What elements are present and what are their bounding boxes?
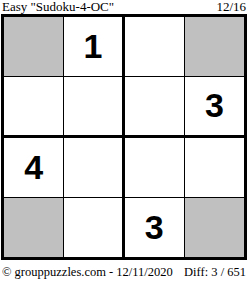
- cell-r2c1: [4, 77, 63, 136]
- cell-r2c4: 3: [185, 77, 244, 136]
- cell-r1c1: [4, 17, 63, 76]
- cell-r1c4: [185, 17, 244, 76]
- puzzle-page: Easy "Sudoku-4-OC" 12/16 1 3 4 3 © group…: [0, 0, 248, 282]
- cell-r2c2: [64, 77, 123, 136]
- puzzle-title: Easy "Sudoku-4-OC": [2, 0, 114, 13]
- copyright-text: © grouppuzzles.com - 12/11/2020: [2, 265, 173, 279]
- difficulty-text: Diff: 3 / 651: [184, 265, 246, 279]
- cell-r3c3: [125, 138, 184, 197]
- cell-r4c3: 3: [125, 198, 184, 257]
- cell-r4c4: [185, 198, 244, 257]
- cell-r2c3: [125, 77, 184, 136]
- sudoku-board: 1 3 4 3: [1, 14, 247, 260]
- cell-r3c1: 4: [4, 138, 63, 197]
- cell-r3c2: [64, 138, 123, 197]
- header: Easy "Sudoku-4-OC" 12/16: [2, 0, 246, 13]
- cell-r4c1: [4, 198, 63, 257]
- footer: © grouppuzzles.com - 12/11/2020 Diff: 3 …: [2, 265, 246, 279]
- cell-r4c2: [64, 198, 123, 257]
- cell-r3c4: [185, 138, 244, 197]
- cell-r1c2: 1: [64, 17, 123, 76]
- page-counter: 12/16: [216, 0, 246, 13]
- cell-r1c3: [125, 17, 184, 76]
